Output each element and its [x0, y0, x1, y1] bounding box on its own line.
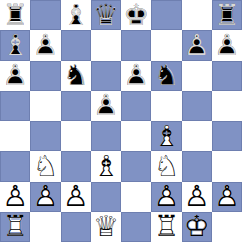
black-pawn-outline: ♙ [182, 30, 212, 60]
piece-black-pawn[interactable]: ♟♙ [30, 30, 60, 60]
square-h7[interactable]: ♟♙ [212, 30, 242, 60]
square-f6[interactable]: ♞♘ [151, 61, 181, 91]
square-h6[interactable] [212, 61, 242, 91]
square-g5[interactable] [182, 91, 212, 121]
black-queen-outline: ♕ [91, 0, 121, 30]
piece-black-rook[interactable]: ♜♖ [0, 0, 30, 30]
white-knight-outline: ♘ [30, 151, 60, 181]
white-rook-outline: ♖ [151, 212, 181, 242]
white-pawn-outline: ♙ [30, 182, 60, 212]
white-rook-outline: ♖ [0, 212, 30, 242]
square-d3[interactable]: ♝♗ [91, 151, 121, 181]
white-pawn-outline: ♙ [212, 182, 242, 212]
black-pawn-outline: ♙ [121, 61, 151, 91]
square-g7[interactable]: ♟♙ [182, 30, 212, 60]
square-b3[interactable]: ♞♘ [30, 151, 60, 181]
square-d1[interactable]: ♛♕ [91, 212, 121, 242]
black-bishop-outline: ♗ [0, 30, 30, 60]
white-pawn-outline: ♙ [61, 182, 91, 212]
black-rook-outline: ♖ [212, 0, 242, 30]
square-b4[interactable] [30, 121, 60, 151]
square-c7[interactable] [61, 30, 91, 60]
square-d6[interactable] [91, 61, 121, 91]
black-rook-outline: ♖ [0, 0, 30, 30]
square-b2[interactable]: ♟♙ [30, 182, 60, 212]
piece-black-pawn[interactable]: ♟♙ [91, 91, 121, 121]
piece-black-pawn[interactable]: ♟♙ [0, 61, 30, 91]
square-f8[interactable] [151, 0, 181, 30]
piece-black-queen[interactable]: ♛♕ [91, 0, 121, 30]
square-e8[interactable]: ♚♔ [121, 0, 151, 30]
black-bishop-outline: ♗ [61, 0, 91, 30]
square-g4[interactable] [182, 121, 212, 151]
square-a1[interactable]: ♜♖ [0, 212, 30, 242]
piece-white-knight[interactable]: ♞♘ [151, 151, 181, 181]
white-bishop-outline: ♗ [91, 151, 121, 181]
square-g3[interactable] [182, 151, 212, 181]
white-pawn-outline: ♙ [182, 182, 212, 212]
square-h4[interactable] [212, 121, 242, 151]
square-c5[interactable] [61, 91, 91, 121]
black-knight-outline: ♘ [151, 61, 181, 91]
piece-white-knight[interactable]: ♞♘ [30, 151, 60, 181]
piece-white-rook[interactable]: ♜♖ [0, 212, 30, 242]
square-f1[interactable]: ♜♖ [151, 212, 181, 242]
square-e5[interactable] [121, 91, 151, 121]
black-pawn-outline: ♙ [30, 30, 60, 60]
square-d4[interactable] [91, 121, 121, 151]
square-g6[interactable] [182, 61, 212, 91]
piece-black-rook[interactable]: ♜♖ [212, 0, 242, 30]
square-a4[interactable] [0, 121, 30, 151]
white-king-outline: ♔ [182, 212, 212, 242]
piece-white-pawn[interactable]: ♟♙ [0, 182, 30, 212]
square-g1[interactable]: ♚♔ [182, 212, 212, 242]
square-d2[interactable] [91, 182, 121, 212]
square-c4[interactable] [61, 121, 91, 151]
black-pawn-outline: ♙ [0, 61, 30, 91]
piece-black-pawn[interactable]: ♟♙ [212, 30, 242, 60]
piece-black-pawn[interactable]: ♟♙ [182, 30, 212, 60]
square-a8[interactable]: ♜♖ [0, 0, 30, 30]
square-a6[interactable]: ♟♙ [0, 61, 30, 91]
square-e7[interactable] [121, 30, 151, 60]
square-d7[interactable] [91, 30, 121, 60]
black-king-outline: ♔ [121, 0, 151, 30]
square-h5[interactable] [212, 91, 242, 121]
square-b5[interactable] [30, 91, 60, 121]
square-f2[interactable]: ♟♙ [151, 182, 181, 212]
piece-black-knight[interactable]: ♞♘ [61, 61, 91, 91]
piece-white-queen[interactable]: ♛♕ [91, 212, 121, 242]
square-f4[interactable]: ♝♗ [151, 121, 181, 151]
square-b7[interactable]: ♟♙ [30, 30, 60, 60]
piece-white-bishop[interactable]: ♝♗ [151, 121, 181, 151]
piece-white-pawn[interactable]: ♟♙ [182, 182, 212, 212]
square-c6[interactable]: ♞♘ [61, 61, 91, 91]
piece-white-rook[interactable]: ♜♖ [151, 212, 181, 242]
square-c3[interactable] [61, 151, 91, 181]
square-h3[interactable] [212, 151, 242, 181]
black-pawn-outline: ♙ [212, 30, 242, 60]
square-c1[interactable] [61, 212, 91, 242]
square-g8[interactable] [182, 0, 212, 30]
black-pawn-outline: ♙ [91, 91, 121, 121]
piece-white-pawn[interactable]: ♟♙ [61, 182, 91, 212]
square-e4[interactable] [121, 121, 151, 151]
square-e3[interactable] [121, 151, 151, 181]
square-f7[interactable] [151, 30, 181, 60]
white-pawn-outline: ♙ [0, 182, 30, 212]
square-a7[interactable]: ♝♗ [0, 30, 30, 60]
square-a2[interactable]: ♟♙ [0, 182, 30, 212]
piece-black-king[interactable]: ♚♔ [121, 0, 151, 30]
piece-white-pawn[interactable]: ♟♙ [151, 182, 181, 212]
piece-black-knight[interactable]: ♞♘ [151, 61, 181, 91]
square-e2[interactable] [121, 182, 151, 212]
piece-white-pawn[interactable]: ♟♙ [30, 182, 60, 212]
piece-black-pawn[interactable]: ♟♙ [121, 61, 151, 91]
square-a5[interactable] [0, 91, 30, 121]
square-b1[interactable] [30, 212, 60, 242]
white-knight-outline: ♘ [151, 151, 181, 181]
piece-white-bishop[interactable]: ♝♗ [91, 151, 121, 181]
square-d5[interactable]: ♟♙ [91, 91, 121, 121]
square-h2[interactable]: ♟♙ [212, 182, 242, 212]
white-bishop-outline: ♗ [151, 121, 181, 151]
square-e1[interactable] [121, 212, 151, 242]
square-f5[interactable] [151, 91, 181, 121]
square-h8[interactable]: ♜♖ [212, 0, 242, 30]
square-b8[interactable] [30, 0, 60, 30]
piece-black-bishop[interactable]: ♝♗ [61, 0, 91, 30]
square-d8[interactable]: ♛♕ [91, 0, 121, 30]
white-pawn-outline: ♙ [151, 182, 181, 212]
square-c2[interactable]: ♟♙ [61, 182, 91, 212]
white-queen-outline: ♕ [91, 212, 121, 242]
square-f3[interactable]: ♞♘ [151, 151, 181, 181]
piece-white-king[interactable]: ♚♔ [182, 212, 212, 242]
square-g2[interactable]: ♟♙ [182, 182, 212, 212]
square-c8[interactable]: ♝♗ [61, 0, 91, 30]
piece-black-bishop[interactable]: ♝♗ [0, 30, 30, 60]
chess-board: ♜♖♝♗♛♕♚♔♜♖♝♗♟♙♟♙♟♙♟♙♞♘♟♙♞♘♟♙♝♗♞♘♝♗♞♘♟♙♟♙… [0, 0, 242, 242]
square-e6[interactable]: ♟♙ [121, 61, 151, 91]
square-h1[interactable] [212, 212, 242, 242]
piece-white-pawn[interactable]: ♟♙ [212, 182, 242, 212]
black-knight-outline: ♘ [61, 61, 91, 91]
square-a3[interactable] [0, 151, 30, 181]
square-b6[interactable] [30, 61, 60, 91]
